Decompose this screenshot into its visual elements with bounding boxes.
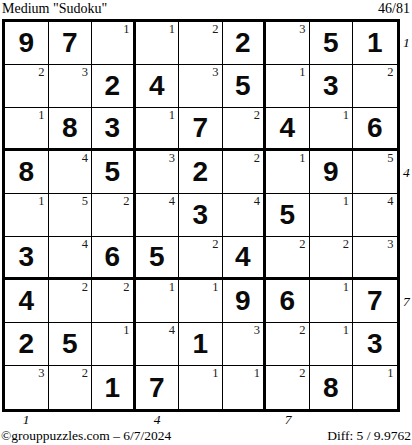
cell-r2c3[interactable]: 2	[92, 65, 136, 108]
cell-r9c4[interactable]: 7	[136, 366, 180, 409]
cell-r7c4[interactable]: 1	[136, 280, 180, 323]
cell-r7c8[interactable]: 1	[310, 280, 354, 323]
cell-r4c4[interactable]: 3	[136, 151, 180, 194]
cell-r5c5[interactable]: 3	[179, 194, 223, 237]
cell-r6c5[interactable]: 2	[179, 237, 223, 280]
cell-r8c1[interactable]: 2	[5, 323, 49, 366]
given-digit: 3	[192, 201, 208, 229]
candidate-digit: 3	[38, 367, 44, 380]
difficulty-rating: Diff: 5 / 9.9762	[327, 428, 411, 444]
candidate-digit: 1	[212, 281, 218, 294]
cell-r7c9[interactable]: 7	[353, 280, 397, 323]
cell-r1c9[interactable]: 1	[353, 22, 397, 65]
given-digit: 5	[279, 201, 295, 229]
cell-r8c8[interactable]: 1	[310, 323, 354, 366]
candidate-digit: 3	[169, 152, 175, 165]
cell-r3c9[interactable]: 6	[353, 108, 397, 151]
candidate-digit: 2	[82, 281, 88, 294]
cell-r9c9[interactable]: 1	[353, 366, 397, 409]
cell-r8c2[interactable]: 5	[49, 323, 93, 366]
cell-r3c1[interactable]: 1	[5, 108, 49, 151]
cell-r8c9[interactable]: 3	[353, 323, 397, 366]
candidate-digit: 2	[82, 367, 88, 380]
given-digit: 5	[235, 72, 251, 100]
cell-r8c5[interactable]: 1	[179, 323, 223, 366]
cell-r3c5[interactable]: 7	[179, 108, 223, 151]
page-title: Medium "Sudoku"	[2, 1, 107, 17]
cell-r4c5[interactable]: 2	[179, 151, 223, 194]
given-digit: 4	[279, 114, 295, 142]
given-digit: 7	[192, 114, 208, 142]
given-digit: 7	[149, 374, 165, 402]
cell-r9c8[interactable]: 8	[310, 366, 354, 409]
candidate-digit: 2	[254, 109, 260, 122]
cell-r2c5[interactable]: 3	[179, 65, 223, 108]
cell-r7c2[interactable]: 2	[49, 280, 93, 323]
given-digit: 5	[104, 158, 120, 186]
cell-r2c6[interactable]: 5	[223, 65, 267, 108]
cell-r3c8[interactable]: 1	[310, 108, 354, 151]
candidate-digit: 2	[387, 66, 393, 79]
cell-r2c7[interactable]: 1	[266, 65, 310, 108]
candidate-digit: 1	[299, 152, 305, 165]
cell-r5c2[interactable]: 5	[49, 194, 93, 237]
candidate-digit: 2	[343, 238, 349, 251]
cell-r2c8[interactable]: 3	[310, 65, 354, 108]
cell-r3c6[interactable]: 2	[223, 108, 267, 151]
candidate-digit: 4	[254, 195, 260, 208]
cell-r9c2[interactable]: 2	[49, 366, 93, 409]
cell-r3c2[interactable]: 8	[49, 108, 93, 151]
cell-r1c8[interactable]: 5	[310, 22, 354, 65]
cell-r6c1[interactable]: 3	[5, 237, 49, 280]
cell-r1c7[interactable]: 3	[266, 22, 310, 65]
candidate-digit: 1	[343, 109, 349, 122]
col-band-label-4: 4	[147, 413, 167, 427]
candidate-digit: 1	[38, 195, 44, 208]
given-digit: 1	[367, 29, 383, 57]
candidate-digit: 4	[82, 152, 88, 165]
given-digit: 6	[279, 287, 295, 315]
cell-r6c2[interactable]: 4	[49, 237, 93, 280]
cell-r8c7[interactable]: 2	[266, 323, 310, 366]
cell-r9c3[interactable]: 1	[92, 366, 136, 409]
cell-r6c4[interactable]: 5	[136, 237, 180, 280]
candidate-digit: 1	[169, 23, 175, 36]
cell-r3c7[interactable]: 4	[266, 108, 310, 151]
cell-r7c7[interactable]: 6	[266, 280, 310, 323]
cell-r5c6[interactable]: 4	[223, 194, 267, 237]
candidate-digit: 1	[169, 281, 175, 294]
candidate-digit: 4	[82, 238, 88, 251]
cell-r5c1[interactable]: 1	[5, 194, 49, 237]
given-digit: 2	[104, 72, 120, 100]
cell-r4c2[interactable]: 4	[49, 151, 93, 194]
candidate-digit: 2	[212, 23, 218, 36]
cell-r2c1[interactable]: 2	[5, 65, 49, 108]
given-digit: 2	[18, 330, 34, 358]
col-band-label-1: 1	[16, 413, 36, 427]
cell-r6c7[interactable]: 2	[266, 237, 310, 280]
candidate-digit: 2	[212, 238, 218, 251]
cell-r5c8[interactable]: 1	[310, 194, 354, 237]
candidate-digit: 1	[299, 66, 305, 79]
copyright-date: ©grouppuzzles.com – 6/7/2024	[1, 428, 171, 444]
candidate-digit: 3	[387, 238, 393, 251]
row-band-label-7: 7	[403, 295, 412, 309]
candidate-digit: 4	[387, 195, 393, 208]
candidate-digit: 3	[82, 66, 88, 79]
given-digit: 2	[235, 29, 251, 57]
candidate-digit: 5	[387, 152, 393, 165]
given-digit: 6	[367, 114, 383, 142]
cell-r7c6[interactable]: 9	[223, 280, 267, 323]
given-digit: 9	[323, 158, 339, 186]
cell-r5c9[interactable]: 4	[353, 194, 397, 237]
candidate-digit: 2	[123, 195, 129, 208]
given-digit: 1	[104, 374, 120, 402]
cell-r2c2[interactable]: 3	[49, 65, 93, 108]
candidate-digit: 3	[299, 23, 305, 36]
candidate-digit: 1	[169, 109, 175, 122]
cell-r5c7[interactable]: 5	[266, 194, 310, 237]
candidate-digit: 1	[343, 195, 349, 208]
given-digit: 3	[104, 114, 120, 142]
cell-r6c3[interactable]: 6	[92, 237, 136, 280]
cell-r5c4[interactable]: 4	[136, 194, 180, 237]
candidate-digit: 1	[387, 367, 393, 380]
cell-r6c9[interactable]: 3	[353, 237, 397, 280]
candidate-digit: 1	[123, 23, 129, 36]
given-digit: 2	[192, 158, 208, 186]
candidate-digit: 1	[123, 324, 129, 337]
given-digit: 3	[323, 72, 339, 100]
given-digit: 4	[149, 72, 165, 100]
cell-r3c3[interactable]: 3	[92, 108, 136, 151]
cell-r7c3[interactable]: 2	[92, 280, 136, 323]
cell-r8c6[interactable]: 3	[223, 323, 267, 366]
candidate-digit: 1	[343, 324, 349, 337]
given-digit: 4	[18, 287, 34, 315]
cell-r6c8[interactable]: 2	[310, 237, 354, 280]
cell-r6c6[interactable]: 4	[223, 237, 267, 280]
cell-r8c4[interactable]: 4	[136, 323, 180, 366]
cell-r4c3[interactable]: 5	[92, 151, 136, 194]
cell-r7c1[interactable]: 4	[5, 280, 49, 323]
cell-r4c1[interactable]: 8	[5, 151, 49, 194]
given-digit: 1	[192, 330, 208, 358]
sudoku-board: 9711223512324351321831724168453221951524…	[2, 19, 400, 412]
candidate-digit: 3	[212, 66, 218, 79]
sudoku-page: Medium "Sudoku" 46/81 971122351232435132…	[0, 0, 412, 445]
given-digit: 7	[62, 29, 78, 57]
candidate-digit: 2	[38, 66, 44, 79]
cell-r1c3[interactable]: 1	[92, 22, 136, 65]
cell-r5c3[interactable]: 2	[92, 194, 136, 237]
cell-r3c4[interactable]: 1	[136, 108, 180, 151]
given-digit: 5	[149, 243, 165, 271]
candidate-digit: 1	[212, 367, 218, 380]
candidate-digit: 3	[254, 324, 260, 337]
candidate-digit: 2	[299, 238, 305, 251]
given-digit: 4	[235, 243, 251, 271]
cell-r4c8[interactable]: 9	[310, 151, 354, 194]
cell-r8c3[interactable]: 1	[92, 323, 136, 366]
candidate-digit: 1	[254, 367, 260, 380]
row-band-label-4: 4	[403, 166, 412, 180]
cell-r9c7[interactable]: 2	[266, 366, 310, 409]
cell-r1c2[interactable]: 7	[49, 22, 93, 65]
given-digit: 8	[323, 374, 339, 402]
given-digit: 7	[367, 287, 383, 315]
given-digit: 8	[18, 158, 34, 186]
candidate-digit: 2	[299, 367, 305, 380]
given-digit: 6	[104, 243, 120, 271]
cell-r7c5[interactable]: 1	[179, 280, 223, 323]
remaining-counter: 46/81	[378, 1, 410, 17]
given-digit: 3	[18, 243, 34, 271]
cell-r1c4[interactable]: 1	[136, 22, 180, 65]
given-digit: 9	[235, 287, 251, 315]
cell-r9c1[interactable]: 3	[5, 366, 49, 409]
candidate-digit: 1	[38, 109, 44, 122]
row-band-label-1: 1	[403, 36, 412, 50]
given-digit: 8	[62, 114, 78, 142]
candidate-digit: 2	[299, 324, 305, 337]
candidate-digit: 1	[343, 281, 349, 294]
given-digit: 9	[18, 29, 34, 57]
cell-r9c6[interactable]: 1	[223, 366, 267, 409]
candidate-digit: 5	[82, 195, 88, 208]
given-digit: 5	[323, 29, 339, 57]
candidate-digit: 2	[123, 281, 129, 294]
given-digit: 3	[367, 330, 383, 358]
cell-r1c1[interactable]: 9	[5, 22, 49, 65]
col-band-label-7: 7	[278, 413, 298, 427]
candidate-digit: 4	[169, 324, 175, 337]
cell-r2c4[interactable]: 4	[136, 65, 180, 108]
cell-r1c6[interactable]: 2	[223, 22, 267, 65]
cell-r2c9[interactable]: 2	[353, 65, 397, 108]
cell-r4c9[interactable]: 5	[353, 151, 397, 194]
given-digit: 5	[62, 330, 78, 358]
cell-r4c7[interactable]: 1	[266, 151, 310, 194]
candidate-digit: 2	[254, 152, 260, 165]
cell-r1c5[interactable]: 2	[179, 22, 223, 65]
cell-r9c5[interactable]: 1	[179, 366, 223, 409]
cell-r4c6[interactable]: 2	[223, 151, 267, 194]
candidate-digit: 4	[169, 195, 175, 208]
